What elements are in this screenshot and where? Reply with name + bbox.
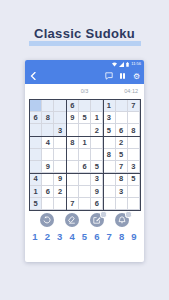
notes-mode-badge <box>100 211 107 218</box>
toolbar <box>25 213 144 227</box>
sudoku-cell-r4c8[interactable]: 2 <box>116 137 128 149</box>
sudoku-cell-r3c5[interactable] <box>79 124 91 136</box>
notes-button[interactable] <box>90 213 104 227</box>
sudoku-cell-r7c5[interactable] <box>79 173 91 185</box>
sudoku-cell-r9c3[interactable] <box>54 198 66 210</box>
settings-gear-icon: ⚙ <box>133 72 140 81</box>
numpad-1[interactable]: 1 <box>30 231 40 242</box>
status-time: 11:56 <box>131 61 141 67</box>
undo-button[interactable] <box>40 213 54 227</box>
title-underline <box>29 41 141 46</box>
sudoku-cell-r2c6[interactable]: 1 <box>91 112 103 124</box>
sudoku-cell-r9c7[interactable] <box>103 198 115 210</box>
numpad-3[interactable]: 3 <box>55 231 65 242</box>
sudoku-cell-r8c1[interactable]: 1 <box>30 186 42 198</box>
sudoku-cell-r1c1[interactable] <box>30 100 42 112</box>
screenshot: Classic Sudoku 11:56 <box>0 0 169 300</box>
back-chevron-icon <box>30 72 36 80</box>
sudoku-cell-r5c4[interactable] <box>67 149 79 161</box>
sudoku-cell-r2c3[interactable] <box>54 112 66 124</box>
sudoku-cell-r4c2[interactable]: 4 <box>42 137 54 149</box>
sudoku-cell-r7c7[interactable] <box>103 173 115 185</box>
sudoku-cell-r6c4[interactable] <box>67 161 79 173</box>
sudoku-cell-r3c6[interactable]: 2 <box>91 124 103 136</box>
phone-screenshot: 11:56 ⚙ 0/3 <box>25 60 144 262</box>
hud-row: 0/3 04:12 <box>25 84 144 98</box>
numpad-4[interactable]: 4 <box>67 231 77 242</box>
sudoku-cell-r7c8[interactable]: 8 <box>116 173 128 185</box>
sudoku-cell-r3c2[interactable] <box>42 124 54 136</box>
eraser-icon <box>68 216 76 224</box>
sudoku-cell-r3c7[interactable]: 5 <box>103 124 115 136</box>
sudoku-cell-r6c7[interactable] <box>103 161 115 173</box>
sudoku-cell-r6c2[interactable]: 9 <box>42 161 54 173</box>
sudoku-cell-r6c1[interactable] <box>30 161 42 173</box>
sudoku-cell-r9c1[interactable]: 5 <box>30 198 42 210</box>
sudoku-cell-r1c5[interactable] <box>79 100 91 112</box>
sudoku-cell-r6c8[interactable]: 7 <box>116 161 128 173</box>
sudoku-cell-r7c2[interactable] <box>42 173 54 185</box>
chat-icon <box>105 72 113 80</box>
sudoku-cell-r9c5[interactable] <box>79 198 91 210</box>
sudoku-cell-r5c5[interactable] <box>79 149 91 161</box>
sudoku-cell-r1c9[interactable]: 7 <box>128 100 140 112</box>
sudoku-cell-r2c2[interactable]: 8 <box>42 112 54 124</box>
settings-button[interactable]: ⚙ <box>132 72 141 81</box>
numpad-6[interactable]: 6 <box>92 231 102 242</box>
sudoku-cell-r2c4[interactable]: 9 <box>67 112 79 124</box>
pause-icon <box>120 73 125 79</box>
sudoku-cell-r6c5[interactable]: 6 <box>79 161 91 173</box>
sudoku-cell-r2c1[interactable]: 6 <box>30 112 42 124</box>
sudoku-cells: 61768951332568481285965734938516293576 <box>30 100 140 210</box>
sudoku-cell-r8c7[interactable] <box>103 186 115 198</box>
back-button[interactable] <box>25 68 41 84</box>
signal-icon <box>119 62 124 67</box>
sudoku-cell-r4c4[interactable]: 8 <box>67 137 79 149</box>
sudoku-cell-r1c6[interactable] <box>91 100 103 112</box>
app-header: 11:56 ⚙ <box>25 60 144 84</box>
numpad-8[interactable]: 8 <box>117 231 127 242</box>
sudoku-cell-r2c7[interactable]: 3 <box>103 112 115 124</box>
sudoku-cell-r4c7[interactable] <box>103 137 115 149</box>
sudoku-cell-r5c3[interactable] <box>54 149 66 161</box>
sudoku-cell-r6c9[interactable]: 3 <box>128 161 140 173</box>
sudoku-cell-r5c7[interactable]: 8 <box>103 149 115 161</box>
battery-icon <box>126 62 129 67</box>
number-pad: 123456789 <box>30 231 139 242</box>
erase-button[interactable] <box>65 213 79 227</box>
sudoku-cell-r4c5[interactable]: 1 <box>79 137 91 149</box>
sudoku-cell-r9c4[interactable]: 7 <box>67 198 79 210</box>
wifi-icon <box>112 62 117 67</box>
numpad-5[interactable]: 5 <box>80 231 90 242</box>
sudoku-cell-r5c2[interactable] <box>42 149 54 161</box>
sudoku-board: 61768951332568481285965734938516293576 <box>29 99 141 211</box>
sudoku-cell-r7c4[interactable] <box>67 173 79 185</box>
sudoku-cell-r2c9[interactable] <box>128 112 140 124</box>
sudoku-cell-r3c4[interactable] <box>67 124 79 136</box>
sudoku-cell-r1c2[interactable] <box>42 100 54 112</box>
sudoku-cell-r8c2[interactable]: 6 <box>42 186 54 198</box>
hint-button[interactable] <box>115 213 129 227</box>
title-block: Classic Sudoku <box>0 26 169 48</box>
sudoku-cell-r2c8[interactable] <box>116 112 128 124</box>
sudoku-cell-r8c6[interactable]: 9 <box>91 186 103 198</box>
sudoku-cell-r8c4[interactable] <box>67 186 79 198</box>
game-timer: 04:12 <box>124 88 138 94</box>
sudoku-cell-r3c1[interactable] <box>30 124 42 136</box>
numpad-7[interactable]: 7 <box>104 231 114 242</box>
sudoku-cell-r8c9[interactable] <box>128 186 140 198</box>
sudoku-cell-r5c8[interactable]: 5 <box>116 149 128 161</box>
sudoku-cell-r5c9[interactable] <box>128 149 140 161</box>
sudoku-cell-r3c9[interactable]: 8 <box>128 124 140 136</box>
sudoku-cell-r1c8[interactable] <box>116 100 128 112</box>
sudoku-cell-r4c3[interactable] <box>54 137 66 149</box>
chat-button[interactable] <box>104 72 113 81</box>
pause-button[interactable] <box>118 72 127 81</box>
sudoku-cell-r7c1[interactable]: 4 <box>30 173 42 185</box>
status-bar: 11:56 <box>112 61 141 67</box>
sudoku-cell-r7c9[interactable]: 5 <box>128 173 140 185</box>
undo-icon <box>43 216 51 224</box>
sudoku-cell-r9c6[interactable]: 6 <box>91 198 103 210</box>
sudoku-cell-r3c3[interactable]: 3 <box>54 124 66 136</box>
sudoku-cell-r8c5[interactable] <box>79 186 91 198</box>
nav-actions: ⚙ <box>104 68 141 84</box>
sudoku-cell-r4c9[interactable] <box>128 137 140 149</box>
numpad-2[interactable]: 2 <box>42 231 52 242</box>
sudoku-cell-r2c5[interactable]: 5 <box>79 112 91 124</box>
sudoku-cell-r1c7[interactable]: 1 <box>103 100 115 112</box>
sudoku-cell-r5c6[interactable] <box>91 149 103 161</box>
sudoku-cell-r7c3[interactable]: 9 <box>54 173 66 185</box>
numpad-9[interactable]: 9 <box>129 231 139 242</box>
sudoku-cell-r5c1[interactable] <box>30 149 42 161</box>
sudoku-cell-r9c2[interactable] <box>42 198 54 210</box>
sudoku-cell-r8c8[interactable]: 3 <box>116 186 128 198</box>
sudoku-cell-r6c6[interactable]: 5 <box>91 161 103 173</box>
sudoku-cell-r9c8[interactable] <box>116 198 128 210</box>
nav-bar: ⚙ <box>25 68 144 84</box>
sudoku-cell-r1c4[interactable]: 6 <box>67 100 79 112</box>
sudoku-cell-r7c6[interactable]: 3 <box>91 173 103 185</box>
sudoku-cell-r9c9[interactable] <box>128 198 140 210</box>
sudoku-cell-r6c3[interactable] <box>54 161 66 173</box>
page-title: Classic Sudoku <box>0 26 169 41</box>
hint-count-badge <box>125 211 132 218</box>
sudoku-cell-r1c3[interactable] <box>54 100 66 112</box>
sudoku-cell-r4c1[interactable] <box>30 137 42 149</box>
sudoku-cell-r3c8[interactable]: 6 <box>116 124 128 136</box>
sudoku-cell-r4c6[interactable] <box>91 137 103 149</box>
sudoku-cell-r8c3[interactable]: 2 <box>54 186 66 198</box>
